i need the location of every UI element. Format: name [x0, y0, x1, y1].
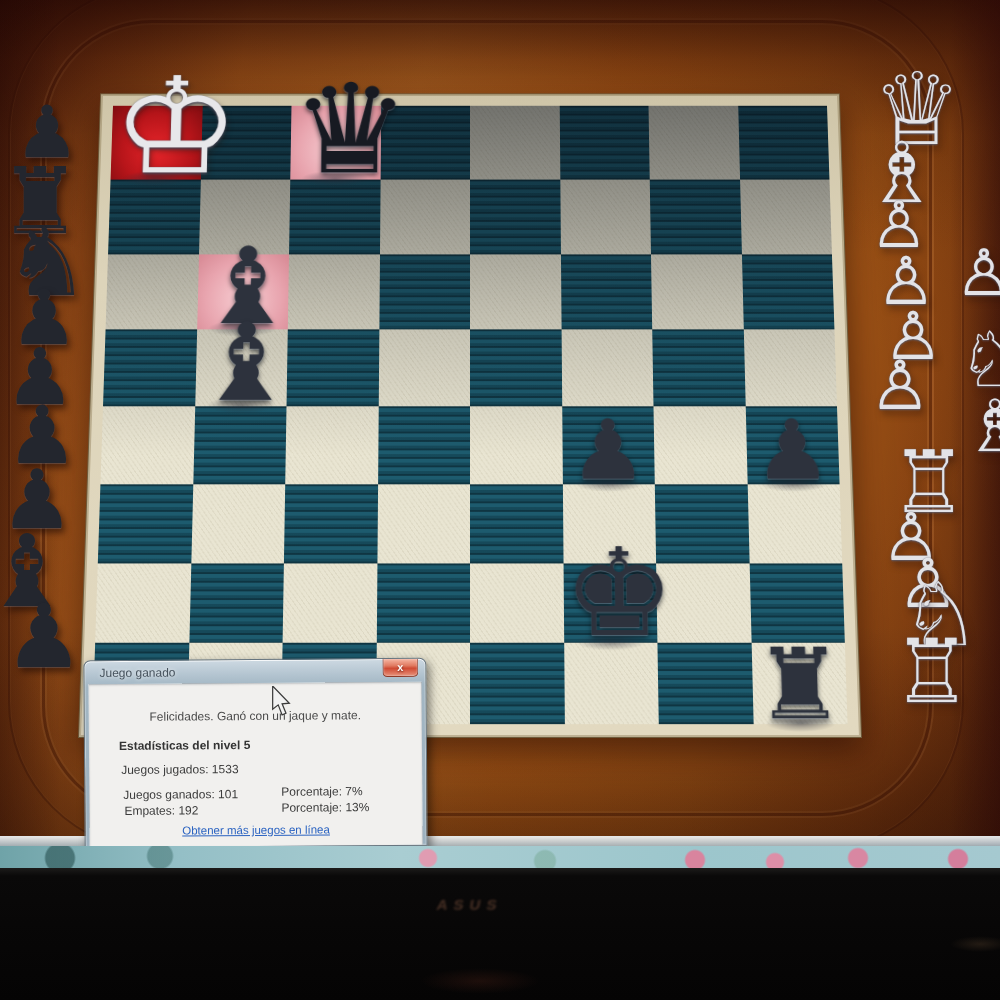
bezel-reflection: [950, 936, 1000, 952]
close-icon[interactable]: x: [382, 659, 418, 677]
captured-black-pawn: ♟: [0, 602, 92, 672]
piece-black-pawn-h4[interactable]: ♟: [746, 418, 840, 484]
draws-percent: Porcentaje: 13%: [281, 800, 369, 815]
asus-logo: ASUS: [436, 896, 505, 913]
piece-black-rook-h1[interactable]: ♜: [751, 646, 847, 724]
draws: Empates: 192: [124, 803, 198, 818]
piece-black-bishop-b5[interactable]: ♝: [195, 320, 288, 406]
captured-white-pawn: ♙: [863, 359, 938, 413]
piece-black-pawn-f4[interactable]: ♟: [562, 418, 655, 484]
pieces-layer: ♔♛♝♝♟♟♚♜: [92, 106, 847, 724]
game-won-dialog: Juego ganado x Felicidades. Ganó con un …: [83, 658, 427, 846]
games-won: Juegos ganados: 101: [123, 787, 238, 802]
games-played: Juegos jugados: 1533: [121, 762, 239, 777]
photo-of-monitor: ♔♛♝♝♟♟♚♜ ♟♜♞♟♟♟♟♝♟ ♕♗♙♙♙♙♘♙♖♗♙♙♘♖ Juego …: [0, 0, 1000, 1000]
board-border: ♔♛♝♝♟♟♚♜: [78, 93, 862, 738]
captured-white-rook: ♖: [884, 637, 981, 707]
captured-white-knight: ♘: [950, 330, 1000, 391]
dialog-body: Felicidades. Ganó con un jaque y mate. E…: [89, 682, 423, 846]
won-percent: Porcentaje: 7%: [281, 784, 362, 799]
captured-white-pawn: ♙: [949, 248, 1000, 299]
stats-heading: Estadísticas del nivel 5: [119, 738, 251, 753]
bezel-reflection: [420, 968, 540, 994]
chess-board: ♔♛♝♝♟♟♚♜: [78, 93, 862, 738]
piece-black-queen-c8[interactable]: ♛: [290, 80, 381, 179]
screen: ♔♛♝♝♟♟♚♜ ♟♜♞♟♟♟♟♝♟ ♕♗♙♙♙♙♘♙♖♗♙♙♘♖ Juego …: [0, 0, 1000, 846]
mouse-cursor: [270, 686, 292, 716]
dialog-title[interactable]: Juego ganado: [99, 666, 175, 681]
piece-white-king-a8[interactable]: ♔: [111, 73, 204, 179]
more-games-link[interactable]: Obtener más juegos en línea: [89, 823, 422, 837]
desktop-wallpaper-strip: [0, 846, 1000, 868]
monitor-bezel: ASUS: [0, 868, 1000, 1000]
piece-black-king-f2[interactable]: ♚: [563, 546, 658, 643]
win-message: Felicidades. Ganó con un jaque y mate.: [89, 708, 422, 724]
captured-white-bishop: ♗: [955, 398, 1000, 456]
